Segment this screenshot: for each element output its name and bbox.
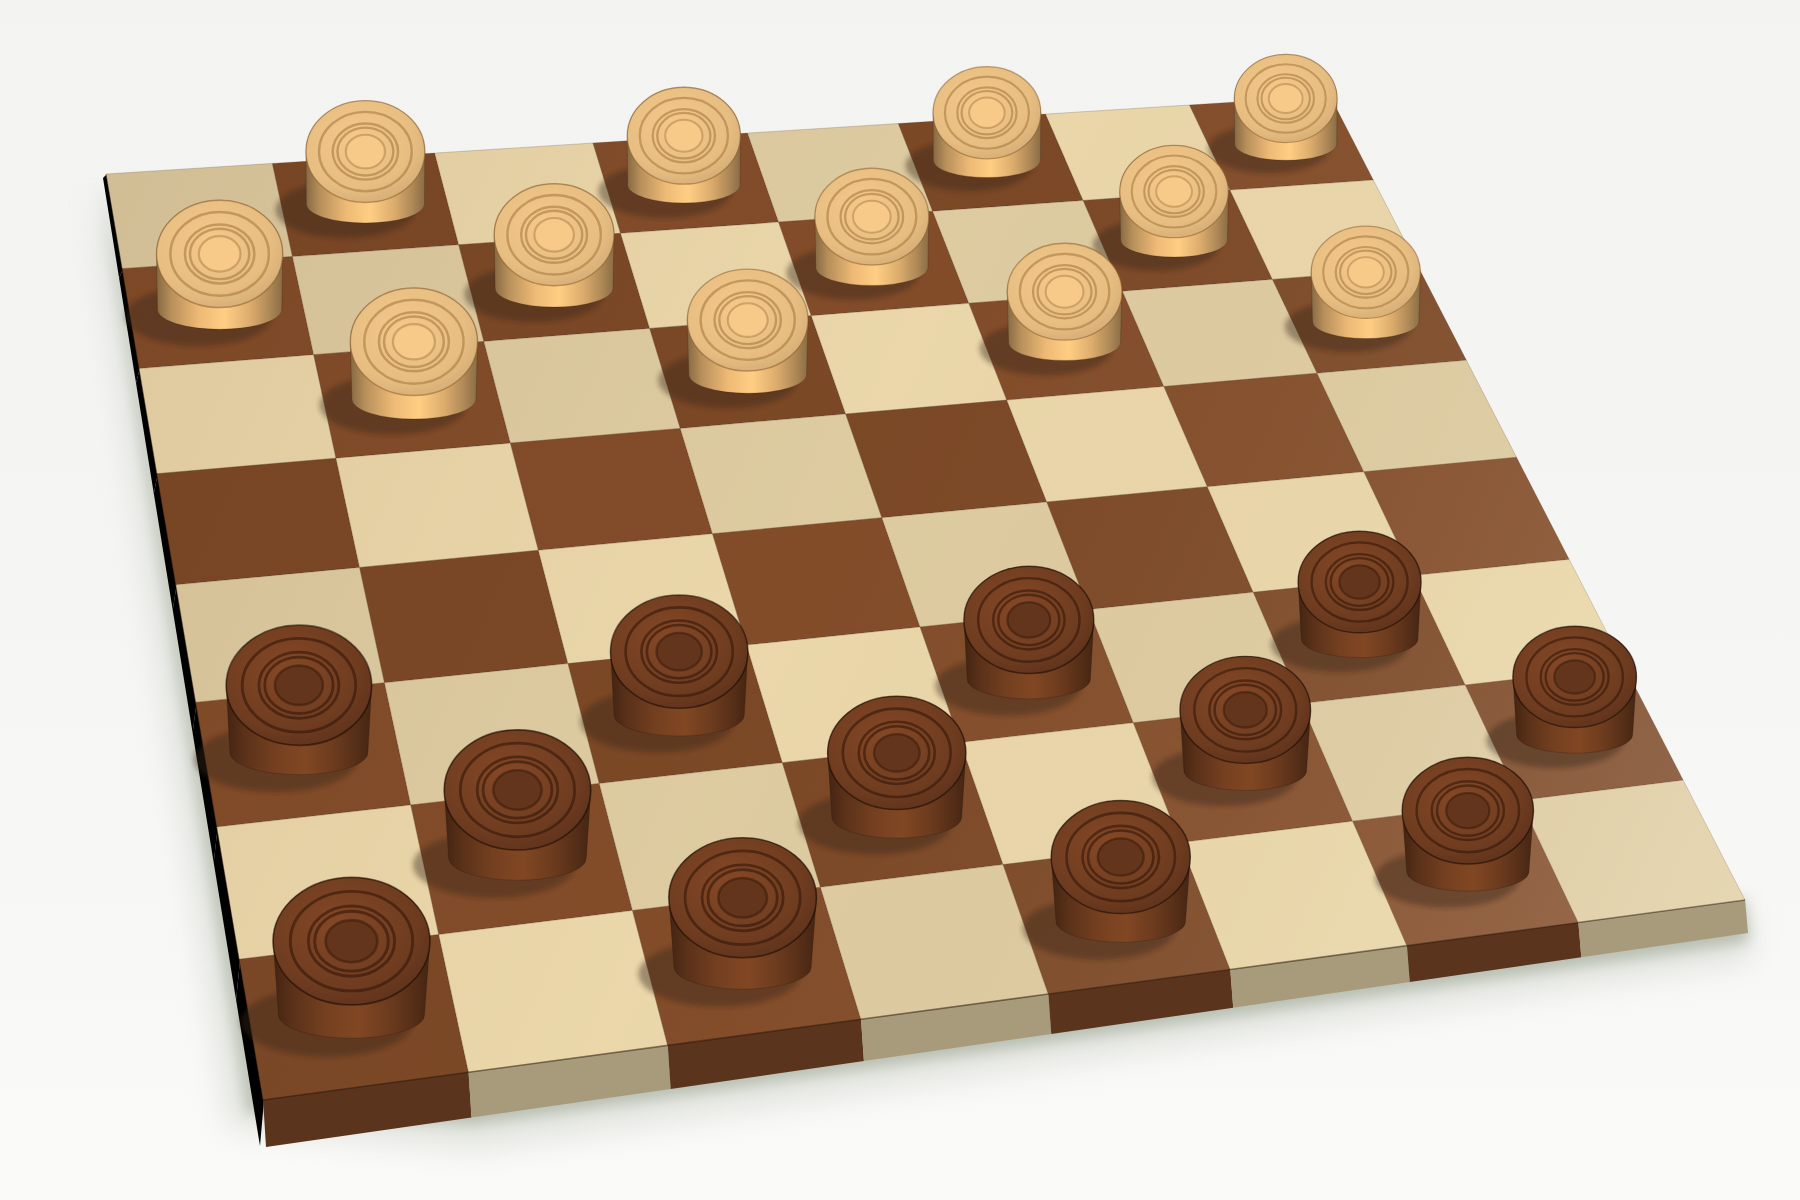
- piece-dome: [656, 633, 701, 670]
- piece-dome: [1348, 257, 1384, 287]
- piece-dome: [1224, 692, 1267, 727]
- piece-dome: [874, 734, 920, 771]
- piece-dome: [346, 135, 385, 169]
- piece-dome: [1156, 176, 1192, 206]
- piece-dome: [534, 218, 574, 252]
- piece-dome: [275, 665, 323, 705]
- piece-dome: [969, 97, 1005, 127]
- piece-dome: [1046, 276, 1084, 308]
- piece-dome: [1339, 565, 1380, 599]
- piece-dome: [1269, 84, 1303, 113]
- checkers-board: [0, 0, 1800, 1200]
- scene: [0, 0, 1800, 1200]
- piece-dome: [1554, 660, 1595, 693]
- piece-dome: [718, 878, 767, 918]
- piece-dome: [1446, 793, 1489, 828]
- piece-dome: [199, 236, 241, 271]
- piece-dome: [728, 303, 768, 337]
- piece-dome: [665, 120, 702, 152]
- piece-dome: [1007, 602, 1050, 637]
- piece-dome: [493, 770, 541, 810]
- piece-dome: [853, 201, 891, 233]
- piece-dome: [393, 324, 435, 359]
- piece-dome: [326, 920, 378, 962]
- piece-dome: [1098, 838, 1144, 875]
